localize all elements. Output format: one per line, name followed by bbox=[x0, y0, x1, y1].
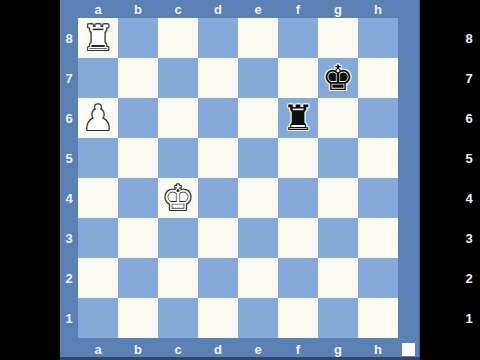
file-label-top-f: f bbox=[278, 0, 318, 18]
square-d4[interactable] bbox=[198, 178, 238, 218]
rank-label-right-2: 2 bbox=[458, 258, 480, 298]
square-h4[interactable] bbox=[358, 178, 398, 218]
white-king-c4: ♚ bbox=[158, 178, 198, 218]
file-label-top-b: b bbox=[118, 0, 158, 18]
square-a3[interactable] bbox=[78, 218, 118, 258]
rank-label-right-8: 8 bbox=[458, 18, 480, 58]
square-g2[interactable] bbox=[318, 258, 358, 298]
square-e7[interactable] bbox=[238, 58, 278, 98]
square-g7[interactable]: ♚ bbox=[318, 58, 358, 98]
file-label-bottom-d: d bbox=[198, 338, 238, 360]
rank-label-right-4: 4 bbox=[458, 178, 480, 218]
file-label-bottom-c: c bbox=[158, 338, 198, 360]
square-c8[interactable] bbox=[158, 18, 198, 58]
square-c7[interactable] bbox=[158, 58, 198, 98]
square-c1[interactable] bbox=[158, 298, 198, 338]
square-e8[interactable] bbox=[238, 18, 278, 58]
black-rook-f6: ♜ bbox=[278, 98, 318, 138]
rank-label-right-1: 1 bbox=[458, 298, 480, 338]
file-label-top-d: d bbox=[198, 0, 238, 18]
white-pawn-a6: ♟ bbox=[78, 98, 118, 138]
square-b5[interactable] bbox=[118, 138, 158, 178]
square-a1[interactable] bbox=[78, 298, 118, 338]
video-frame: abcdefgh abcdefgh 87654321 87654321 ♜♚♟♜… bbox=[0, 0, 480, 360]
square-h5[interactable] bbox=[358, 138, 398, 178]
rank-label-right-5: 5 bbox=[458, 138, 480, 178]
file-label-bottom-f: f bbox=[278, 338, 318, 360]
square-e6[interactable] bbox=[238, 98, 278, 138]
square-d7[interactable] bbox=[198, 58, 238, 98]
square-f7[interactable] bbox=[278, 58, 318, 98]
square-g3[interactable] bbox=[318, 218, 358, 258]
white-to-move-indicator bbox=[402, 343, 415, 356]
rank-labels-left: 87654321 bbox=[60, 18, 78, 338]
square-b8[interactable] bbox=[118, 18, 158, 58]
square-d8[interactable] bbox=[198, 18, 238, 58]
file-label-top-e: e bbox=[238, 0, 278, 18]
file-label-bottom-a: a bbox=[78, 338, 118, 360]
square-a2[interactable] bbox=[78, 258, 118, 298]
square-f2[interactable] bbox=[278, 258, 318, 298]
square-g4[interactable] bbox=[318, 178, 358, 218]
file-label-top-h: h bbox=[358, 0, 398, 18]
file-label-top-g: g bbox=[318, 0, 358, 18]
square-b1[interactable] bbox=[118, 298, 158, 338]
square-h3[interactable] bbox=[358, 218, 398, 258]
rank-label-left-1: 1 bbox=[60, 298, 78, 338]
square-c3[interactable] bbox=[158, 218, 198, 258]
square-g6[interactable] bbox=[318, 98, 358, 138]
square-e5[interactable] bbox=[238, 138, 278, 178]
file-label-bottom-g: g bbox=[318, 338, 358, 360]
rank-label-left-3: 3 bbox=[60, 218, 78, 258]
square-h6[interactable] bbox=[358, 98, 398, 138]
square-f6[interactable]: ♜ bbox=[278, 98, 318, 138]
rank-label-right-6: 6 bbox=[458, 98, 480, 138]
square-a8[interactable]: ♜ bbox=[78, 18, 118, 58]
white-rook-a8: ♜ bbox=[78, 18, 118, 58]
square-g8[interactable] bbox=[318, 18, 358, 58]
file-labels-bottom: abcdefgh bbox=[78, 338, 398, 360]
board-squares: ♜♚♟♜♚ bbox=[78, 18, 398, 338]
square-e1[interactable] bbox=[238, 298, 278, 338]
file-label-top-a: a bbox=[78, 0, 118, 18]
square-h2[interactable] bbox=[358, 258, 398, 298]
rank-label-left-5: 5 bbox=[60, 138, 78, 178]
file-labels-top: abcdefgh bbox=[78, 0, 398, 18]
square-h7[interactable] bbox=[358, 58, 398, 98]
square-b2[interactable] bbox=[118, 258, 158, 298]
square-b7[interactable] bbox=[118, 58, 158, 98]
rank-label-left-7: 7 bbox=[60, 58, 78, 98]
square-b6[interactable] bbox=[118, 98, 158, 138]
square-a7[interactable] bbox=[78, 58, 118, 98]
square-c2[interactable] bbox=[158, 258, 198, 298]
rank-label-left-4: 4 bbox=[60, 178, 78, 218]
square-d5[interactable] bbox=[198, 138, 238, 178]
square-c4[interactable]: ♚ bbox=[158, 178, 198, 218]
rank-label-left-6: 6 bbox=[60, 98, 78, 138]
file-label-bottom-h: h bbox=[358, 338, 398, 360]
square-g5[interactable] bbox=[318, 138, 358, 178]
chess-board: abcdefgh abcdefgh 87654321 87654321 ♜♚♟♜… bbox=[60, 0, 420, 360]
square-d3[interactable] bbox=[198, 218, 238, 258]
square-f8[interactable] bbox=[278, 18, 318, 58]
square-c5[interactable] bbox=[158, 138, 198, 178]
square-f4[interactable] bbox=[278, 178, 318, 218]
rank-label-left-2: 2 bbox=[60, 258, 78, 298]
square-e4[interactable] bbox=[238, 178, 278, 218]
rank-label-left-8: 8 bbox=[60, 18, 78, 58]
square-h1[interactable] bbox=[358, 298, 398, 338]
square-e2[interactable] bbox=[238, 258, 278, 298]
black-king-g7: ♚ bbox=[318, 58, 358, 98]
square-h8[interactable] bbox=[358, 18, 398, 58]
square-a6[interactable]: ♟ bbox=[78, 98, 118, 138]
square-a4[interactable] bbox=[78, 178, 118, 218]
file-label-bottom-e: e bbox=[238, 338, 278, 360]
rank-label-right-3: 3 bbox=[458, 218, 480, 258]
square-c6[interactable] bbox=[158, 98, 198, 138]
square-g1[interactable] bbox=[318, 298, 358, 338]
file-label-top-c: c bbox=[158, 0, 198, 18]
square-d2[interactable] bbox=[198, 258, 238, 298]
square-a5[interactable] bbox=[78, 138, 118, 178]
square-f3[interactable] bbox=[278, 218, 318, 258]
square-e3[interactable] bbox=[238, 218, 278, 258]
rank-label-right-7: 7 bbox=[458, 58, 480, 98]
square-b3[interactable] bbox=[118, 218, 158, 258]
rank-labels-right: 87654321 bbox=[458, 18, 480, 338]
square-f5[interactable] bbox=[278, 138, 318, 178]
square-d1[interactable] bbox=[198, 298, 238, 338]
file-label-bottom-b: b bbox=[118, 338, 158, 360]
square-f1[interactable] bbox=[278, 298, 318, 338]
square-d6[interactable] bbox=[198, 98, 238, 138]
square-b4[interactable] bbox=[118, 178, 158, 218]
